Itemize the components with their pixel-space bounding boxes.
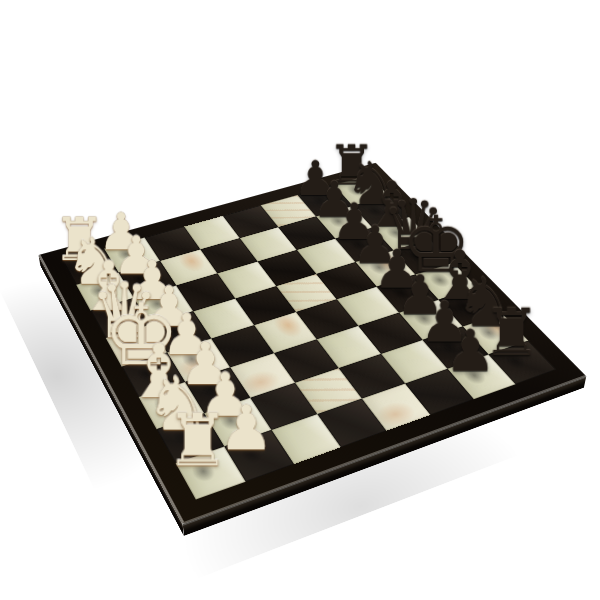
product-photo-stage: ♜♞♝♛♚♝♞♜♟♟♟♟♟♟♟♟♟♟♟♟♟♟♟♟♜♞♝♛♚♝♞♜: [0, 0, 600, 600]
square-h1[interactable]: ♜: [176, 446, 246, 499]
white-rook-glyph: ♜: [151, 405, 244, 477]
chess-board: ♜♞♝♛♚♝♞♜♟♟♟♟♟♟♟♟♟♟♟♟♟♟♟♟♜♞♝♛♚♝♞♜: [39, 163, 587, 525]
black-pawn-glyph: ♟: [428, 323, 513, 381]
